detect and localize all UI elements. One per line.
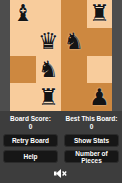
black-pawn-piece[interactable]: ♟ — [89, 86, 110, 109]
square-b2[interactable]: ♞ — [36, 56, 62, 84]
board-score-label: Board Score: — [0, 115, 61, 123]
square-d4[interactable]: ♜ — [87, 0, 113, 28]
muted-speaker-icon[interactable] — [53, 167, 69, 179]
best-this-board-value: 0 — [61, 123, 122, 131]
square-a2[interactable] — [10, 56, 36, 84]
black-bishop-piece[interactable]: ♝ — [12, 2, 33, 25]
square-c3[interactable]: ♞ — [61, 28, 87, 56]
black-knight-piece[interactable]: ♞ — [38, 58, 59, 81]
square-c1[interactable] — [61, 83, 87, 111]
sound-row — [0, 167, 122, 179]
square-b4[interactable] — [36, 0, 62, 28]
button-row-1: Retry Board Show Stats — [0, 134, 122, 147]
square-b3[interactable]: ♛ — [36, 28, 62, 56]
app-screen: ♝♜♛♞♞♜♟ Board Score: 0 Best This Board: … — [0, 0, 122, 183]
button-row-2: Help Number of Pieces — [0, 150, 122, 163]
square-a4[interactable]: ♝ — [10, 0, 36, 28]
best-this-board-label: Best This Board: — [61, 115, 122, 123]
black-rook-piece[interactable]: ♜ — [38, 86, 59, 109]
right-gutter — [112, 0, 122, 111]
square-d1[interactable]: ♟ — [87, 83, 113, 111]
board-score-value: 0 — [0, 123, 61, 131]
square-c2[interactable] — [61, 56, 87, 84]
square-d2[interactable] — [87, 56, 113, 84]
square-d3[interactable] — [87, 28, 113, 56]
number-of-pieces-button[interactable]: Number of Pieces — [64, 150, 119, 163]
retry-board-button[interactable]: Retry Board — [3, 134, 58, 147]
score-row: Board Score: 0 Best This Board: 0 — [0, 115, 122, 131]
black-rook-piece[interactable]: ♜ — [89, 2, 110, 25]
left-gutter — [0, 0, 10, 111]
square-a1[interactable] — [10, 83, 36, 111]
square-b1[interactable]: ♜ — [36, 83, 62, 111]
bottom-panel: Board Score: 0 Best This Board: 0 Retry … — [0, 111, 122, 183]
square-c4[interactable] — [61, 0, 87, 28]
show-stats-button[interactable]: Show Stats — [64, 134, 119, 147]
chess-board: ♝♜♛♞♞♜♟ — [10, 0, 112, 111]
best-score-block: Best This Board: 0 — [61, 115, 122, 131]
black-knight-piece[interactable]: ♞ — [63, 30, 84, 53]
black-queen-piece[interactable]: ♛ — [38, 30, 59, 53]
board-score-block: Board Score: 0 — [0, 115, 61, 131]
square-a3[interactable] — [10, 28, 36, 56]
help-button[interactable]: Help — [3, 150, 58, 163]
